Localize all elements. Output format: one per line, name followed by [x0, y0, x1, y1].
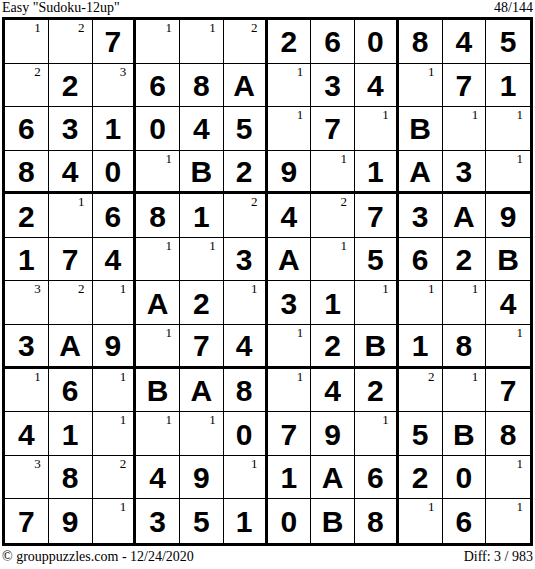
cell-value: 6	[456, 505, 473, 537]
cell-r7c12[interactable]: 4	[486, 281, 530, 325]
cell-r12c11[interactable]: 6	[443, 499, 487, 543]
pencil-mark: 1	[120, 370, 127, 383]
cell-value: 2	[367, 374, 384, 406]
cell-r4c1[interactable]: 8	[5, 151, 49, 195]
pencil-mark: 1	[120, 413, 127, 426]
cell-r8c11[interactable]: 8	[443, 325, 487, 369]
cell-r8c3[interactable]: 9	[93, 325, 137, 369]
copyright-text: © grouppuzzles.com - 12/24/2020	[2, 549, 194, 564]
cell-r4c4[interactable]: 1	[136, 151, 180, 195]
cell-r8c1[interactable]: 3	[5, 325, 49, 369]
cell-r11c3[interactable]: 2	[93, 456, 137, 500]
cell-r6c9[interactable]: 5	[355, 238, 399, 282]
cell-value: 0	[367, 25, 384, 57]
cell-r4c3[interactable]: 0	[93, 151, 137, 195]
cell-value: 3	[281, 287, 298, 319]
cell-value: 3	[236, 243, 253, 275]
cell-r10c9[interactable]: 1	[355, 412, 399, 456]
cell-r8c6[interactable]: 4	[224, 325, 268, 369]
cell-value: 3	[324, 69, 341, 101]
cell-r12c10[interactable]: 1	[399, 499, 443, 543]
cell-r1c3[interactable]: 7	[93, 20, 137, 64]
cell-r8c2[interactable]: A	[49, 325, 93, 369]
pencil-mark: 1	[428, 65, 435, 78]
cell-value: 2	[281, 25, 298, 57]
cell-r6c10[interactable]: 6	[399, 238, 443, 282]
pencil-mark: 1	[166, 21, 173, 34]
cell-r3c5[interactable]: 4	[180, 107, 224, 151]
pencil-mark: 2	[428, 370, 435, 383]
cell-r3c4[interactable]: 0	[136, 107, 180, 151]
cell-value: 4	[193, 112, 210, 144]
cell-r12c8[interactable]: B	[311, 499, 355, 543]
cell-value: 4	[149, 461, 166, 493]
cell-r6c8[interactable]: 1	[311, 238, 355, 282]
cell-value: 5	[500, 25, 517, 57]
pencil-mark: 1	[78, 195, 85, 208]
cell-value: A	[453, 200, 475, 232]
cell-r9c5[interactable]: A	[180, 369, 224, 413]
pencil-mark: 1	[428, 500, 435, 513]
pencil-mark: 1	[341, 152, 348, 165]
cell-r5c8[interactable]: 2	[311, 194, 355, 238]
cell-r10c4[interactable]: 1	[136, 412, 180, 456]
cell-value: 8	[18, 155, 35, 187]
pencil-mark: 1	[472, 108, 479, 121]
cell-r12c4[interactable]: 3	[136, 499, 180, 543]
cell-r10c11[interactable]: B	[443, 412, 487, 456]
pencil-mark: 1	[166, 413, 173, 426]
cell-r12c6[interactable]: 1	[224, 499, 268, 543]
cell-value: 4	[105, 243, 122, 275]
cell-value: B	[147, 374, 169, 406]
cell-r4c2[interactable]: 4	[49, 151, 93, 195]
cell-r1c11[interactable]: 4	[443, 20, 487, 64]
pencil-mark: 1	[297, 65, 304, 78]
cell-r2c7[interactable]: 1	[268, 64, 312, 108]
pencil-mark: 3	[34, 457, 41, 470]
cell-value: 5	[193, 505, 210, 537]
pencil-mark: 3	[120, 65, 127, 78]
cell-r7c10[interactable]: 1	[399, 281, 443, 325]
cell-r5c5[interactable]: 1	[180, 194, 224, 238]
cell-value: 0	[105, 155, 122, 187]
cell-value: 4	[367, 69, 384, 101]
cell-r3c11[interactable]: 1	[443, 107, 487, 151]
cell-r9c2[interactable]: 6	[49, 369, 93, 413]
cell-value: 7	[18, 505, 35, 537]
cell-value: 1	[18, 243, 35, 275]
cell-r8c4[interactable]: 1	[136, 325, 180, 369]
cell-value: 6	[62, 374, 79, 406]
cell-value: A	[147, 287, 169, 319]
cell-value: A	[233, 69, 255, 101]
cell-r3c2[interactable]: 3	[49, 107, 93, 151]
cell-value: 6	[367, 461, 384, 493]
pencil-mark: 1	[517, 326, 524, 339]
cell-value: 8	[456, 329, 473, 361]
cell-r6c6[interactable]: 3	[224, 238, 268, 282]
cell-r2c9[interactable]: 4	[355, 64, 399, 108]
cell-r3c6[interactable]: 5	[224, 107, 268, 151]
cell-r4c12[interactable]: 1	[486, 151, 530, 195]
cell-r10c7[interactable]: 7	[268, 412, 312, 456]
cell-r12c7[interactable]: 0	[268, 499, 312, 543]
cell-value: A	[409, 155, 431, 187]
cell-r7c11[interactable]: 1	[443, 281, 487, 325]
cell-r8c5[interactable]: 7	[180, 325, 224, 369]
pencil-mark: 2	[341, 195, 348, 208]
cell-value: 1	[500, 69, 517, 101]
cell-value: 0	[456, 461, 473, 493]
cell-value: 1	[193, 200, 210, 232]
pencil-mark: 1	[251, 282, 258, 295]
cell-value: 7	[281, 418, 298, 450]
cell-value: 9	[281, 155, 298, 187]
cell-value: 3	[456, 155, 473, 187]
cell-value: 6	[324, 25, 341, 57]
pencil-mark: 1	[472, 282, 479, 295]
cell-r10c8[interactable]: 9	[311, 412, 355, 456]
cell-r7c7[interactable]: 3	[268, 281, 312, 325]
cell-r3c7[interactable]: 1	[268, 107, 312, 151]
cell-r9c10[interactable]: 2	[399, 369, 443, 413]
cell-r3c12[interactable]: 1	[486, 107, 530, 151]
cell-r1c10[interactable]: 8	[399, 20, 443, 64]
cell-value: 4	[456, 25, 473, 57]
cell-value: 3	[149, 505, 166, 537]
cell-r2c5[interactable]: 8	[180, 64, 224, 108]
cell-r5c10[interactable]: 3	[399, 194, 443, 238]
cell-r9c1[interactable]: 1	[5, 369, 49, 413]
cell-r12c9[interactable]: 8	[355, 499, 399, 543]
pencil-mark: 2	[251, 21, 258, 34]
pencil-mark: 1	[382, 108, 389, 121]
cell-value: A	[59, 329, 81, 361]
cell-value: 3	[62, 112, 79, 144]
cell-r6c2[interactable]: 7	[49, 238, 93, 282]
cell-r8c9[interactable]: B	[355, 325, 399, 369]
header: Easy "Sudoku-12up" 48/144	[0, 0, 535, 17]
cell-value: 5	[412, 418, 429, 450]
cell-r8c10[interactable]: 1	[399, 325, 443, 369]
cell-r11c1[interactable]: 3	[5, 456, 49, 500]
cell-value: 4	[281, 200, 298, 232]
cell-value: A	[278, 243, 300, 275]
cell-r7c9[interactable]: 1	[355, 281, 399, 325]
cell-value: 1	[324, 287, 341, 319]
cell-value: 2	[456, 243, 473, 275]
cell-r11c12[interactable]: 1	[486, 456, 530, 500]
cell-value: 5	[367, 243, 384, 275]
pencil-mark: 1	[382, 282, 389, 295]
cell-r5c6[interactable]: 2	[224, 194, 268, 238]
cell-r2c6[interactable]: A	[224, 64, 268, 108]
pencil-mark: 1	[209, 413, 216, 426]
pencil-mark: 1	[297, 326, 304, 339]
cell-value: 1	[412, 329, 429, 361]
cell-r5c11[interactable]: A	[443, 194, 487, 238]
cell-r12c5[interactable]: 5	[180, 499, 224, 543]
pencil-mark: 2	[120, 457, 127, 470]
cell-r3c8[interactable]: 7	[311, 107, 355, 151]
cell-value: 4	[62, 155, 79, 187]
pencil-mark: 2	[78, 282, 85, 295]
cell-r11c6[interactable]: 1	[224, 456, 268, 500]
cell-r3c3[interactable]: 1	[93, 107, 137, 151]
cell-value: 7	[62, 243, 79, 275]
cell-r10c12[interactable]: 8	[486, 412, 530, 456]
pencil-mark: 1	[517, 457, 524, 470]
cell-r2c2[interactable]: 2	[49, 64, 93, 108]
cell-value: B	[322, 505, 344, 537]
cell-r9c8[interactable]: 4	[311, 369, 355, 413]
cell-value: 1	[367, 155, 384, 187]
cell-value: 5	[236, 112, 253, 144]
cell-r11c5[interactable]: 9	[180, 456, 224, 500]
cell-r12c3[interactable]: 1	[93, 499, 137, 543]
cell-r4c10[interactable]: A	[399, 151, 443, 195]
pencil-mark: 1	[517, 500, 524, 513]
cell-value: 4	[324, 374, 341, 406]
cell-r2c1[interactable]: 2	[5, 64, 49, 108]
cell-r2c8[interactable]: 3	[311, 64, 355, 108]
cell-value: 0	[149, 112, 166, 144]
cell-r5c9[interactable]: 7	[355, 194, 399, 238]
cell-r1c12[interactable]: 5	[486, 20, 530, 64]
cell-value: B	[365, 329, 387, 361]
cell-value: 8	[367, 505, 384, 537]
cell-r6c7[interactable]: A	[268, 238, 312, 282]
cell-r10c3[interactable]: 1	[93, 412, 137, 456]
pencil-mark: 1	[209, 239, 216, 252]
cell-r11c4[interactable]: 4	[136, 456, 180, 500]
cell-value: B	[453, 418, 475, 450]
cell-value: B	[409, 112, 431, 144]
cell-value: 4	[500, 287, 517, 319]
cell-r8c7[interactable]: 1	[268, 325, 312, 369]
cell-value: 9	[500, 200, 517, 232]
cell-r11c10[interactable]: 2	[399, 456, 443, 500]
cell-r9c11[interactable]: 1	[443, 369, 487, 413]
cell-r1c5[interactable]: 1	[180, 20, 224, 64]
cell-r5c2[interactable]: 1	[49, 194, 93, 238]
pencil-mark: 1	[251, 457, 258, 470]
cell-value: 7	[193, 329, 210, 361]
cell-value: 6	[105, 200, 122, 232]
cell-value: B	[497, 243, 519, 275]
pencil-mark: 1	[209, 21, 216, 34]
cell-r10c6[interactable]: 0	[224, 412, 268, 456]
pencil-mark: 1	[166, 326, 173, 339]
cell-value: 4	[18, 418, 35, 450]
cell-value: 0	[236, 418, 253, 450]
cell-r2c10[interactable]: 1	[399, 64, 443, 108]
cell-r7c5[interactable]: 2	[180, 281, 224, 325]
cell-r10c10[interactable]: 5	[399, 412, 443, 456]
cell-r4c11[interactable]: 3	[443, 151, 487, 195]
cell-r7c3[interactable]: 1	[93, 281, 137, 325]
cell-r12c1[interactable]: 7	[5, 499, 49, 543]
cell-value: 3	[18, 329, 35, 361]
cell-r6c3[interactable]: 4	[93, 238, 137, 282]
cell-r9c7[interactable]: 1	[268, 369, 312, 413]
cell-r12c12[interactable]: 1	[486, 499, 530, 543]
cell-r7c1[interactable]: 3	[5, 281, 49, 325]
cell-value: 8	[193, 69, 210, 101]
cell-value: 6	[412, 243, 429, 275]
cell-value: 8	[500, 418, 517, 450]
cell-value: 1	[62, 418, 79, 450]
cell-r6c11[interactable]: 2	[443, 238, 487, 282]
cell-value: 9	[105, 329, 122, 361]
pencil-mark: 1	[166, 239, 173, 252]
pencil-mark: 1	[166, 152, 173, 165]
cell-r6c12[interactable]: B	[486, 238, 530, 282]
cell-r5c3[interactable]: 6	[93, 194, 137, 238]
cell-r9c3[interactable]: 1	[93, 369, 137, 413]
cell-r1c6[interactable]: 2	[224, 20, 268, 64]
cell-r6c5[interactable]: 1	[180, 238, 224, 282]
pencil-mark: 2	[251, 195, 258, 208]
cell-value: 8	[149, 200, 166, 232]
cell-r9c6[interactable]: 8	[224, 369, 268, 413]
sudoku-board: 12711226084522368A134171631045171B118401…	[2, 17, 533, 546]
cell-r9c12[interactable]: 7	[486, 369, 530, 413]
cell-r11c8[interactable]: A	[311, 456, 355, 500]
cell-r4c5[interactable]: B	[180, 151, 224, 195]
pencil-mark: 1	[428, 282, 435, 295]
pencil-mark: 1	[120, 282, 127, 295]
cell-r1c4[interactable]: 1	[136, 20, 180, 64]
pencil-mark: 1	[34, 21, 41, 34]
cell-value: 3	[412, 200, 429, 232]
pencil-mark: 2	[34, 65, 41, 78]
cell-r10c2[interactable]: 1	[49, 412, 93, 456]
cell-r2c4[interactable]: 6	[136, 64, 180, 108]
cell-r2c11[interactable]: 7	[443, 64, 487, 108]
cell-r2c3[interactable]: 3	[93, 64, 137, 108]
cell-r5c12[interactable]: 9	[486, 194, 530, 238]
cell-value: 1	[281, 461, 298, 493]
cell-r7c8[interactable]: 1	[311, 281, 355, 325]
cell-value: 7	[324, 112, 341, 144]
footer: © grouppuzzles.com - 12/24/2020 Diff: 3 …	[0, 546, 535, 564]
pencil-mark: 1	[120, 500, 127, 513]
cell-value: 7	[456, 69, 473, 101]
cell-r4c8[interactable]: 1	[311, 151, 355, 195]
cell-value: 2	[236, 155, 253, 187]
cell-r11c9[interactable]: 6	[355, 456, 399, 500]
cell-value: 2	[193, 287, 210, 319]
pencil-mark: 1	[341, 239, 348, 252]
cell-value: 8	[412, 25, 429, 57]
cell-r6c1[interactable]: 1	[5, 238, 49, 282]
cell-r5c1[interactable]: 2	[5, 194, 49, 238]
cell-value: 6	[18, 112, 35, 144]
cell-r5c4[interactable]: 8	[136, 194, 180, 238]
cell-value: B	[191, 155, 213, 187]
cell-r7c4[interactable]: A	[136, 281, 180, 325]
cell-r4c6[interactable]: 2	[224, 151, 268, 195]
cell-value: 8	[236, 374, 253, 406]
cell-value: 4	[236, 329, 253, 361]
cell-value: 9	[324, 418, 341, 450]
cell-value: A	[322, 461, 344, 493]
cell-r3c10[interactable]: B	[399, 107, 443, 151]
cell-r7c2[interactable]: 2	[49, 281, 93, 325]
pencil-mark: 1	[297, 370, 304, 383]
pencil-mark: 1	[517, 108, 524, 121]
cell-r4c7[interactable]: 9	[268, 151, 312, 195]
cell-r1c7[interactable]: 2	[268, 20, 312, 64]
pencil-mark: 1	[517, 152, 524, 165]
cell-value: 2	[62, 69, 79, 101]
cell-r1c1[interactable]: 1	[5, 20, 49, 64]
cell-r1c9[interactable]: 0	[355, 20, 399, 64]
cell-value: 1	[105, 112, 122, 144]
cell-value: 0	[281, 505, 298, 537]
cell-r3c9[interactable]: 1	[355, 107, 399, 151]
cell-value: 9	[193, 461, 210, 493]
cell-r8c8[interactable]: 2	[311, 325, 355, 369]
cell-r9c9[interactable]: 2	[355, 369, 399, 413]
pencil-mark: 1	[34, 370, 41, 383]
cell-value: 2	[324, 329, 341, 361]
cell-r2c12[interactable]: 1	[486, 64, 530, 108]
cell-value: A	[191, 374, 213, 406]
pencil-mark: 2	[78, 21, 85, 34]
cell-r5c7[interactable]: 4	[268, 194, 312, 238]
cell-r9c4[interactable]: B	[136, 369, 180, 413]
cell-r1c2[interactable]: 2	[49, 20, 93, 64]
cell-r11c11[interactable]: 0	[443, 456, 487, 500]
cell-r4c9[interactable]: 1	[355, 151, 399, 195]
cell-value: 7	[105, 25, 122, 57]
cell-r3c1[interactable]: 6	[5, 107, 49, 151]
cell-r7c6[interactable]: 1	[224, 281, 268, 325]
pencil-mark: 3	[34, 282, 41, 295]
cell-r11c7[interactable]: 1	[268, 456, 312, 500]
cell-value: 1	[236, 505, 253, 537]
cell-r6c4[interactable]: 1	[136, 238, 180, 282]
cell-value: 9	[62, 505, 79, 537]
progress-counter: 48/144	[494, 1, 533, 15]
cell-value: 6	[149, 69, 166, 101]
cell-value: 2	[18, 200, 35, 232]
cell-r8c12[interactable]: 1	[486, 325, 530, 369]
cell-value: 2	[412, 461, 429, 493]
pencil-mark: 1	[382, 413, 389, 426]
cell-r1c8[interactable]: 6	[311, 20, 355, 64]
pencil-mark: 1	[472, 370, 479, 383]
cell-r10c5[interactable]: 1	[180, 412, 224, 456]
cell-r10c1[interactable]: 4	[5, 412, 49, 456]
difficulty-text: Diff: 3 / 983	[464, 549, 533, 564]
cell-value: 7	[500, 374, 517, 406]
pencil-mark: 1	[297, 108, 304, 121]
puzzle-title: Easy "Sudoku-12up"	[2, 1, 120, 15]
cell-value: 8	[62, 461, 79, 493]
cell-r11c2[interactable]: 8	[49, 456, 93, 500]
cell-value: 7	[367, 200, 384, 232]
cell-r12c2[interactable]: 9	[49, 499, 93, 543]
